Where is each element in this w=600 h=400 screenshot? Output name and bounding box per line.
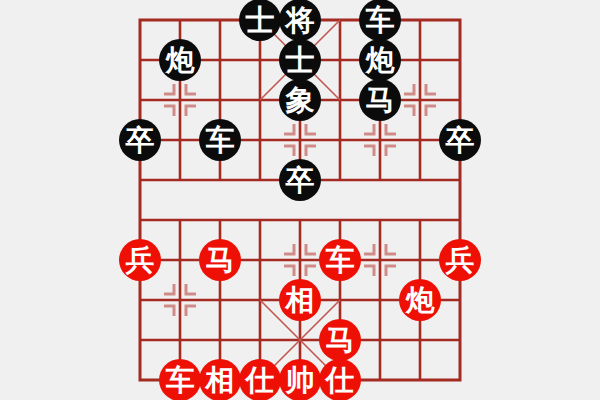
piece-red-soldier[interactable]: 兵 bbox=[119, 239, 161, 281]
piece-black-chariot[interactable]: 车 bbox=[359, 0, 401, 41]
piece-black-general[interactable]: 将 bbox=[279, 0, 321, 41]
piece-red-advisor[interactable]: 仕 bbox=[319, 359, 361, 400]
piece-black-soldier[interactable]: 卒 bbox=[279, 159, 321, 201]
piece-red-advisor[interactable]: 仕 bbox=[239, 359, 281, 400]
piece-black-horse[interactable]: 马 bbox=[359, 79, 401, 121]
piece-black-soldier[interactable]: 卒 bbox=[119, 119, 161, 161]
piece-black-cannon[interactable]: 炮 bbox=[159, 39, 201, 81]
piece-red-king[interactable]: 帅 bbox=[279, 359, 321, 400]
piece-red-chariot[interactable]: 车 bbox=[159, 359, 201, 400]
piece-red-elephant[interactable]: 相 bbox=[279, 279, 321, 321]
piece-black-cannon[interactable]: 炮 bbox=[359, 39, 401, 81]
piece-red-horse[interactable]: 马 bbox=[319, 319, 361, 361]
piece-black-elephant[interactable]: 象 bbox=[279, 79, 321, 121]
piece-red-cannon[interactable]: 炮 bbox=[399, 279, 441, 321]
piece-black-advisor[interactable]: 士 bbox=[279, 39, 321, 81]
piece-red-soldier[interactable]: 兵 bbox=[439, 239, 481, 281]
piece-red-elephant[interactable]: 相 bbox=[199, 359, 241, 400]
piece-black-chariot[interactable]: 车 bbox=[199, 119, 241, 161]
piece-red-horse[interactable]: 马 bbox=[199, 239, 241, 281]
piece-black-soldier[interactable]: 卒 bbox=[439, 119, 481, 161]
piece-black-advisor[interactable]: 士 bbox=[239, 0, 281, 41]
piece-red-chariot[interactable]: 车 bbox=[319, 239, 361, 281]
piece-layer: 士将车炮士炮象马卒车卒卒兵马车兵相炮马车相仕帅仕 bbox=[120, 0, 480, 400]
xiangqi-board: 士将车炮士炮象马卒车卒卒兵马车兵相炮马车相仕帅仕 bbox=[120, 0, 480, 400]
